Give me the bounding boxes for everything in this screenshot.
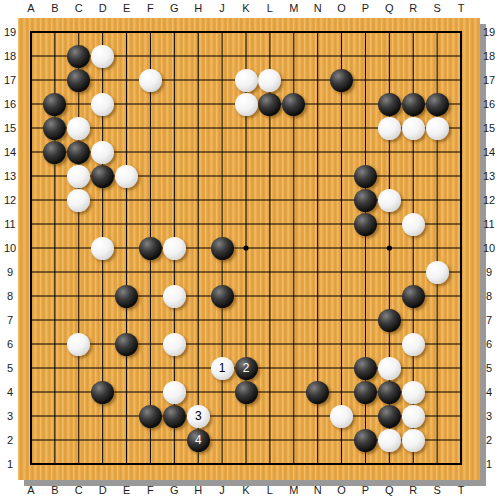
column-label-bottom: L [258,485,282,496]
stone-black-q7 [378,309,401,332]
row-label-right: 16 [477,99,500,110]
row-label-left: 1 [0,459,22,470]
column-label-bottom: M [282,485,306,496]
stone-white-g6 [163,333,186,356]
row-label-right: 14 [477,147,500,158]
row-label-right: 8 [477,291,500,302]
move-number-label: 1 [219,361,226,375]
row-label-right: 6 [477,339,500,350]
move-number-label: 2 [243,361,250,375]
column-label-bottom: E [115,485,139,496]
column-label-bottom: C [67,485,91,496]
stone-white-r3 [402,405,425,428]
row-label-left: 3 [0,411,22,422]
row-label-right: 3 [477,411,500,422]
stone-black-e6 [115,333,138,356]
stone-black-r16 [402,93,425,116]
stone-black-b14 [43,141,66,164]
column-label-top: A [19,3,43,14]
row-label-right: 7 [477,315,500,326]
stone-black-h2: 4 [187,429,210,452]
stone-black-k4 [235,381,258,404]
stone-black-p4 [354,381,377,404]
stone-black-p11 [354,213,377,236]
stone-black-s16 [426,93,449,116]
column-label-bottom: A [19,485,43,496]
column-label-bottom: T [449,485,473,496]
stone-black-o17 [330,69,353,92]
row-label-right: 9 [477,267,500,278]
column-label-bottom: J [210,485,234,496]
row-label-left: 18 [0,51,22,62]
stone-white-d16 [91,93,114,116]
column-label-top: C [67,3,91,14]
row-label-left: 6 [0,339,22,350]
column-label-top: J [210,3,234,14]
stone-black-k5: 2 [235,357,258,380]
row-label-left: 8 [0,291,22,302]
stone-white-s15 [426,117,449,140]
stone-white-q2 [378,429,401,452]
row-label-right: 5 [477,363,500,374]
go-diagram: AABBCCDDEEFFGGHHJJKKLLMMNNOOPPQQRRSSTT19… [0,0,500,500]
column-label-bottom: O [330,485,354,496]
row-label-left: 17 [0,75,22,86]
column-label-top: P [353,3,377,14]
stone-white-c6 [67,333,90,356]
column-label-bottom: R [401,485,425,496]
row-label-left: 15 [0,123,22,134]
column-label-top: G [162,3,186,14]
row-label-right: 17 [477,75,500,86]
column-label-top: K [234,3,258,14]
column-label-bottom: G [162,485,186,496]
stone-white-r2 [402,429,425,452]
stone-black-p5 [354,357,377,380]
row-label-right: 12 [477,195,500,206]
column-label-top: T [449,3,473,14]
row-label-right: 2 [477,435,500,446]
stone-white-d18 [91,45,114,68]
row-label-left: 2 [0,435,22,446]
column-label-top: S [425,3,449,14]
stone-white-l17 [258,69,281,92]
column-label-top: B [43,3,67,14]
stone-white-r4 [402,381,425,404]
stone-white-r6 [402,333,425,356]
stone-black-q3 [378,405,401,428]
column-label-top: N [306,3,330,14]
stone-black-q4 [378,381,401,404]
row-label-right: 13 [477,171,500,182]
stone-black-d4 [91,381,114,404]
stone-white-k16 [235,93,258,116]
stone-white-o3 [330,405,353,428]
column-label-top: D [91,3,115,14]
row-label-left: 4 [0,387,22,398]
row-label-right: 19 [477,27,500,38]
stone-white-h3: 3 [187,405,210,428]
row-label-left: 13 [0,171,22,182]
stone-white-k17 [235,69,258,92]
stone-black-l16 [258,93,281,116]
stone-white-g10 [163,237,186,260]
stone-white-g8 [163,285,186,308]
stone-black-g3 [163,405,186,428]
stone-white-r15 [402,117,425,140]
row-label-left: 11 [0,219,22,230]
row-label-right: 4 [477,387,500,398]
column-label-top: M [282,3,306,14]
stone-white-e13 [115,165,138,188]
stone-black-b16 [43,93,66,116]
stone-white-q12 [378,189,401,212]
stone-black-q16 [378,93,401,116]
row-label-left: 9 [0,267,22,278]
stone-white-q15 [378,117,401,140]
row-label-left: 10 [0,243,22,254]
stone-black-e8 [115,285,138,308]
stone-black-c18 [67,45,90,68]
column-label-bottom: P [353,485,377,496]
stone-black-d13 [91,165,114,188]
row-label-left: 12 [0,195,22,206]
stone-black-j8 [211,285,234,308]
stone-white-d10 [91,237,114,260]
move-number-label: 4 [195,433,202,447]
stone-black-p2 [354,429,377,452]
stone-white-c12 [67,189,90,212]
column-label-bottom: D [91,485,115,496]
stone-white-j5: 1 [211,357,234,380]
column-label-bottom: S [425,485,449,496]
row-label-right: 18 [477,51,500,62]
stone-black-b15 [43,117,66,140]
stone-black-m16 [282,93,305,116]
column-label-top: F [138,3,162,14]
column-label-bottom: F [138,485,162,496]
row-label-right: 1 [477,459,500,470]
stone-black-r8 [402,285,425,308]
stone-white-f17 [139,69,162,92]
stone-black-n4 [306,381,329,404]
stone-black-f3 [139,405,162,428]
row-label-left: 5 [0,363,22,374]
column-label-bottom: B [43,485,67,496]
stone-white-c15 [67,117,90,140]
column-label-bottom: H [186,485,210,496]
stone-black-p12 [354,189,377,212]
stone-black-c14 [67,141,90,164]
stone-white-s9 [426,261,449,284]
column-label-top: O [330,3,354,14]
column-label-top: E [115,3,139,14]
column-label-top: H [186,3,210,14]
row-label-left: 19 [0,27,22,38]
stone-white-g4 [163,381,186,404]
column-label-top: L [258,3,282,14]
row-label-left: 14 [0,147,22,158]
move-number-label: 3 [195,409,202,423]
stone-white-q5 [378,357,401,380]
row-label-left: 7 [0,315,22,326]
stone-black-j10 [211,237,234,260]
column-label-bottom: Q [377,485,401,496]
stone-white-d14 [91,141,114,164]
stone-black-f10 [139,237,162,260]
column-label-top: R [401,3,425,14]
row-label-right: 11 [477,219,500,230]
column-label-top: Q [377,3,401,14]
column-label-bottom: K [234,485,258,496]
stone-white-r11 [402,213,425,236]
stone-white-c13 [67,165,90,188]
column-label-bottom: N [306,485,330,496]
row-label-left: 16 [0,99,22,110]
row-label-right: 10 [477,243,500,254]
stone-black-c17 [67,69,90,92]
row-label-right: 15 [477,123,500,134]
stone-black-p13 [354,165,377,188]
